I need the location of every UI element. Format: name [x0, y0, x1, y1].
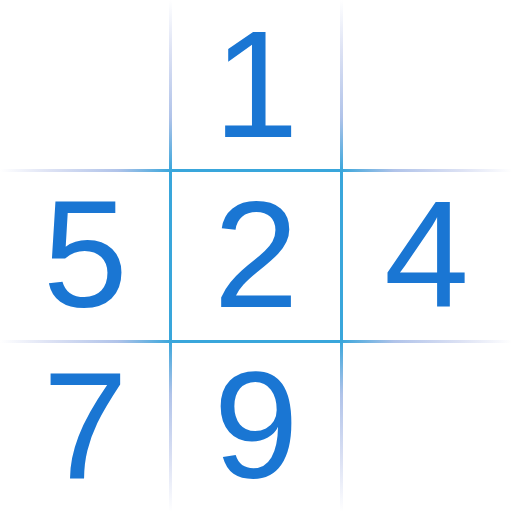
sudoku-app-screen: 1 5 2 4 7 9	[0, 0, 512, 512]
cell-r1c2[interactable]: 1	[171, 0, 342, 171]
cell-r1c3[interactable]	[341, 0, 512, 171]
cell-value: 9	[213, 348, 298, 501]
cell-value: 7	[43, 348, 128, 501]
cell-value: 5	[43, 177, 128, 330]
sudoku-board: 1 5 2 4 7 9	[0, 0, 512, 512]
cell-r2c2[interactable]: 2	[171, 171, 342, 342]
cell-r3c1[interactable]: 7	[0, 341, 171, 512]
sudoku-grid: 1 5 2 4 7 9	[0, 0, 512, 512]
cell-r2c3[interactable]: 4	[341, 171, 512, 342]
cell-r3c3[interactable]	[341, 341, 512, 512]
cell-value: 2	[213, 177, 298, 330]
cell-r2c1[interactable]: 5	[0, 171, 171, 342]
cell-r3c2[interactable]: 9	[171, 341, 342, 512]
cell-value: 1	[213, 7, 298, 160]
cell-r1c1[interactable]	[0, 0, 171, 171]
cell-value: 4	[384, 177, 469, 330]
